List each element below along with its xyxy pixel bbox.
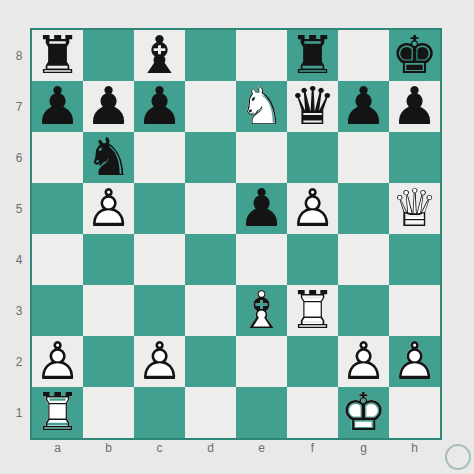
square-b3[interactable] bbox=[83, 285, 134, 336]
piece-outline: ♙ bbox=[338, 336, 389, 387]
side-to-move-indicator bbox=[445, 444, 471, 470]
square-c3[interactable] bbox=[134, 285, 185, 336]
square-c1[interactable] bbox=[134, 387, 185, 438]
white-knight[interactable]: ♞♘ bbox=[236, 81, 287, 132]
square-f1[interactable] bbox=[287, 387, 338, 438]
white-pawn[interactable]: ♟♙ bbox=[83, 183, 134, 234]
square-e3[interactable]: ♝♗ bbox=[236, 285, 287, 336]
square-f6[interactable] bbox=[287, 132, 338, 183]
square-g2[interactable]: ♟♙ bbox=[338, 336, 389, 387]
square-e4[interactable] bbox=[236, 234, 287, 285]
rank-label-4: 4 bbox=[10, 234, 28, 285]
square-b7[interactable]: ♟ bbox=[83, 81, 134, 132]
file-label-e: e bbox=[236, 440, 287, 456]
square-d7[interactable] bbox=[185, 81, 236, 132]
square-e7[interactable]: ♞♘ bbox=[236, 81, 287, 132]
chess-board: ♜♝♜♚♟♟♟♞♘♛♟♟♞♟♙♟♟♙♛♕♝♗♜♖♟♙♟♙♟♙♟♙♜♖♚♔ bbox=[30, 28, 442, 440]
square-h3[interactable] bbox=[389, 285, 440, 336]
square-a4[interactable] bbox=[32, 234, 83, 285]
white-queen[interactable]: ♛♕ bbox=[389, 183, 440, 234]
black-king[interactable]: ♚ bbox=[389, 30, 440, 81]
square-d6[interactable] bbox=[185, 132, 236, 183]
square-h5[interactable]: ♛♕ bbox=[389, 183, 440, 234]
white-pawn[interactable]: ♟♙ bbox=[389, 336, 440, 387]
square-d1[interactable] bbox=[185, 387, 236, 438]
white-pawn[interactable]: ♟♙ bbox=[338, 336, 389, 387]
black-bishop[interactable]: ♝ bbox=[134, 30, 185, 81]
square-b2[interactable] bbox=[83, 336, 134, 387]
piece-outline: ♘ bbox=[236, 81, 287, 132]
square-g1[interactable]: ♚♔ bbox=[338, 387, 389, 438]
page: 87654321 ♜♝♜♚♟♟♟♞♘♛♟♟♞♟♙♟♟♙♛♕♝♗♜♖♟♙♟♙♟♙♟… bbox=[0, 0, 474, 474]
square-b5[interactable]: ♟♙ bbox=[83, 183, 134, 234]
rank-label-6: 6 bbox=[10, 132, 28, 183]
square-h4[interactable] bbox=[389, 234, 440, 285]
piece-outline: ♕ bbox=[389, 183, 440, 234]
square-e1[interactable] bbox=[236, 387, 287, 438]
square-h7[interactable]: ♟ bbox=[389, 81, 440, 132]
square-b4[interactable] bbox=[83, 234, 134, 285]
square-a6[interactable] bbox=[32, 132, 83, 183]
file-label-f: f bbox=[287, 440, 338, 456]
white-rook[interactable]: ♜♖ bbox=[287, 285, 338, 336]
square-e5[interactable]: ♟ bbox=[236, 183, 287, 234]
black-knight[interactable]: ♞ bbox=[83, 132, 134, 183]
square-f5[interactable]: ♟♙ bbox=[287, 183, 338, 234]
piece-outline: ♙ bbox=[32, 336, 83, 387]
black-pawn[interactable]: ♟ bbox=[83, 81, 134, 132]
square-g4[interactable] bbox=[338, 234, 389, 285]
black-rook[interactable]: ♜ bbox=[287, 30, 338, 81]
square-b1[interactable] bbox=[83, 387, 134, 438]
rank-label-2: 2 bbox=[10, 336, 28, 387]
black-pawn[interactable]: ♟ bbox=[389, 81, 440, 132]
square-a7[interactable]: ♟ bbox=[32, 81, 83, 132]
square-d4[interactable] bbox=[185, 234, 236, 285]
white-pawn[interactable]: ♟♙ bbox=[287, 183, 338, 234]
black-queen[interactable]: ♛ bbox=[287, 81, 338, 132]
rank-label-5: 5 bbox=[10, 183, 28, 234]
piece-outline: ♖ bbox=[32, 387, 83, 438]
square-a3[interactable] bbox=[32, 285, 83, 336]
black-pawn[interactable]: ♟ bbox=[338, 81, 389, 132]
piece-outline: ♙ bbox=[287, 183, 338, 234]
piece-outline: ♙ bbox=[389, 336, 440, 387]
file-label-g: g bbox=[338, 440, 389, 456]
square-a1[interactable]: ♜♖ bbox=[32, 387, 83, 438]
black-rook[interactable]: ♜ bbox=[32, 30, 83, 81]
square-h2[interactable]: ♟♙ bbox=[389, 336, 440, 387]
file-label-a: a bbox=[32, 440, 83, 456]
white-rook[interactable]: ♜♖ bbox=[32, 387, 83, 438]
square-d2[interactable] bbox=[185, 336, 236, 387]
piece-outline: ♙ bbox=[83, 183, 134, 234]
file-label-b: b bbox=[83, 440, 134, 456]
piece-outline: ♗ bbox=[236, 285, 287, 336]
square-c7[interactable]: ♟ bbox=[134, 81, 185, 132]
white-pawn[interactable]: ♟♙ bbox=[32, 336, 83, 387]
square-g7[interactable]: ♟ bbox=[338, 81, 389, 132]
square-c4[interactable] bbox=[134, 234, 185, 285]
square-d8[interactable] bbox=[185, 30, 236, 81]
square-f3[interactable]: ♜♖ bbox=[287, 285, 338, 336]
square-c2[interactable]: ♟♙ bbox=[134, 336, 185, 387]
square-c8[interactable]: ♝ bbox=[134, 30, 185, 81]
rank-labels: 87654321 bbox=[10, 30, 28, 438]
rank-label-1: 1 bbox=[10, 387, 28, 438]
file-label-d: d bbox=[185, 440, 236, 456]
square-e2[interactable] bbox=[236, 336, 287, 387]
piece-outline: ♙ bbox=[134, 336, 185, 387]
white-bishop[interactable]: ♝♗ bbox=[236, 285, 287, 336]
rank-label-7: 7 bbox=[10, 81, 28, 132]
square-f4[interactable] bbox=[287, 234, 338, 285]
white-pawn[interactable]: ♟♙ bbox=[134, 336, 185, 387]
square-h8[interactable]: ♚ bbox=[389, 30, 440, 81]
rank-label-8: 8 bbox=[10, 30, 28, 81]
black-pawn[interactable]: ♟ bbox=[236, 183, 287, 234]
square-d5[interactable] bbox=[185, 183, 236, 234]
square-f2[interactable] bbox=[287, 336, 338, 387]
square-b8[interactable] bbox=[83, 30, 134, 81]
square-a2[interactable]: ♟♙ bbox=[32, 336, 83, 387]
square-h6[interactable] bbox=[389, 132, 440, 183]
black-pawn[interactable]: ♟ bbox=[32, 81, 83, 132]
square-e8[interactable] bbox=[236, 30, 287, 81]
square-b6[interactable]: ♞ bbox=[83, 132, 134, 183]
file-label-c: c bbox=[134, 440, 185, 456]
square-g6[interactable] bbox=[338, 132, 389, 183]
square-f7[interactable]: ♛ bbox=[287, 81, 338, 132]
piece-outline: ♖ bbox=[287, 285, 338, 336]
square-g3[interactable] bbox=[338, 285, 389, 336]
piece-outline: ♔ bbox=[338, 387, 389, 438]
file-label-h: h bbox=[389, 440, 440, 456]
file-labels: abcdefgh bbox=[32, 440, 440, 456]
square-h1[interactable] bbox=[389, 387, 440, 438]
square-a8[interactable]: ♜ bbox=[32, 30, 83, 81]
square-c5[interactable] bbox=[134, 183, 185, 234]
square-g5[interactable] bbox=[338, 183, 389, 234]
rank-label-3: 3 bbox=[10, 285, 28, 336]
white-king[interactable]: ♚♔ bbox=[338, 387, 389, 438]
square-g8[interactable] bbox=[338, 30, 389, 81]
square-a5[interactable] bbox=[32, 183, 83, 234]
square-c6[interactable] bbox=[134, 132, 185, 183]
square-d3[interactable] bbox=[185, 285, 236, 336]
square-e6[interactable] bbox=[236, 132, 287, 183]
black-pawn[interactable]: ♟ bbox=[134, 81, 185, 132]
square-f8[interactable]: ♜ bbox=[287, 30, 338, 81]
